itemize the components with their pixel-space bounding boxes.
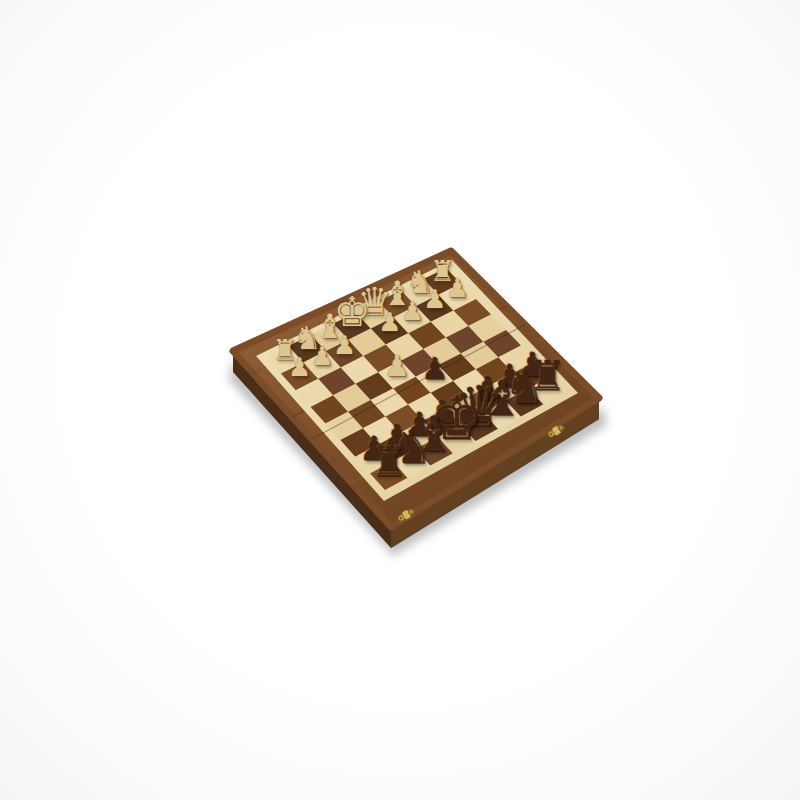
chess-set-product-photo: ♜♞♝♛♚♝♞♜♟♟♟♟♟♟♟♟♟♟♟♟♟♟♟♟♜♞♝♛♚♝♞♜: [0, 0, 800, 800]
chess-board: [0, 0, 800, 800]
